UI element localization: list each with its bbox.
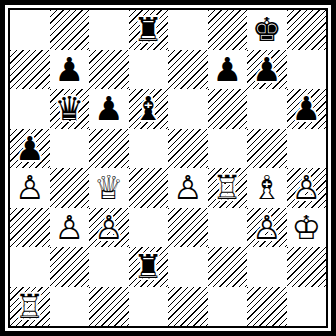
square-d7[interactable] xyxy=(129,50,169,90)
square-b1[interactable] xyxy=(50,287,90,327)
square-a4[interactable]: ♙ xyxy=(10,168,50,208)
square-b5[interactable] xyxy=(50,129,90,169)
square-h4[interactable]: ♙ xyxy=(287,168,327,208)
square-c7[interactable] xyxy=(89,50,129,90)
square-h8[interactable] xyxy=(287,10,327,50)
square-d5[interactable] xyxy=(129,129,169,169)
square-c2[interactable] xyxy=(89,247,129,287)
square-g4[interactable]: ♗ xyxy=(247,168,287,208)
piece-white-pawn: ♙ xyxy=(54,208,84,248)
square-h7[interactable] xyxy=(287,50,327,90)
piece-black-king: ♚ xyxy=(252,10,282,50)
chessboard: ♜♚♟♟♟♛♟♝♟♟♙♕♙♖♗♙♙♙♙♔♜♖ xyxy=(8,8,328,328)
square-c3[interactable]: ♙ xyxy=(89,208,129,248)
square-h3[interactable]: ♔ xyxy=(287,208,327,248)
piece-black-pawn: ♟ xyxy=(54,50,84,90)
piece-black-pawn: ♟ xyxy=(212,50,242,90)
piece-white-rook: ♖ xyxy=(212,168,242,208)
square-h2[interactable] xyxy=(287,247,327,287)
square-g1[interactable] xyxy=(247,287,287,327)
square-b4[interactable] xyxy=(50,168,90,208)
piece-white-bishop: ♗ xyxy=(252,168,282,208)
square-h6[interactable]: ♟ xyxy=(287,89,327,129)
square-e3[interactable] xyxy=(168,208,208,248)
piece-white-pawn: ♙ xyxy=(94,208,124,248)
piece-white-rook: ♖ xyxy=(15,287,45,327)
piece-black-pawn: ♟ xyxy=(291,89,321,129)
piece-white-pawn: ♙ xyxy=(252,208,282,248)
square-f7[interactable]: ♟ xyxy=(208,50,248,90)
square-c4[interactable]: ♕ xyxy=(89,168,129,208)
square-c8[interactable] xyxy=(89,10,129,50)
piece-black-rook: ♜ xyxy=(133,247,163,287)
piece-white-pawn: ♙ xyxy=(291,168,321,208)
square-a2[interactable] xyxy=(10,247,50,287)
square-e5[interactable] xyxy=(168,129,208,169)
square-f5[interactable] xyxy=(208,129,248,169)
square-d1[interactable] xyxy=(129,287,169,327)
square-g6[interactable] xyxy=(247,89,287,129)
square-b8[interactable] xyxy=(50,10,90,50)
square-e8[interactable] xyxy=(168,10,208,50)
square-e6[interactable] xyxy=(168,89,208,129)
square-h1[interactable] xyxy=(287,287,327,327)
square-g7[interactable]: ♟ xyxy=(247,50,287,90)
square-e2[interactable] xyxy=(168,247,208,287)
square-g5[interactable] xyxy=(247,129,287,169)
piece-white-pawn: ♙ xyxy=(173,168,203,208)
square-f2[interactable] xyxy=(208,247,248,287)
piece-black-pawn: ♟ xyxy=(15,129,45,169)
square-b2[interactable] xyxy=(50,247,90,287)
square-c5[interactable] xyxy=(89,129,129,169)
board-frame: ♜♚♟♟♟♛♟♝♟♟♙♕♙♖♗♙♙♙♙♔♜♖ xyxy=(0,0,336,336)
square-f3[interactable] xyxy=(208,208,248,248)
square-b3[interactable]: ♙ xyxy=(50,208,90,248)
piece-white-king: ♔ xyxy=(291,208,321,248)
square-b7[interactable]: ♟ xyxy=(50,50,90,90)
square-a6[interactable] xyxy=(10,89,50,129)
square-a8[interactable] xyxy=(10,10,50,50)
piece-white-queen: ♕ xyxy=(94,168,124,208)
square-g3[interactable]: ♙ xyxy=(247,208,287,248)
square-d2[interactable]: ♜ xyxy=(129,247,169,287)
square-d8[interactable]: ♜ xyxy=(129,10,169,50)
square-e7[interactable] xyxy=(168,50,208,90)
square-e4[interactable]: ♙ xyxy=(168,168,208,208)
square-f1[interactable] xyxy=(208,287,248,327)
square-h5[interactable] xyxy=(287,129,327,169)
square-a1[interactable]: ♖ xyxy=(10,287,50,327)
square-c1[interactable] xyxy=(89,287,129,327)
piece-black-bishop: ♝ xyxy=(133,89,163,129)
square-d3[interactable] xyxy=(129,208,169,248)
square-f4[interactable]: ♖ xyxy=(208,168,248,208)
square-g8[interactable]: ♚ xyxy=(247,10,287,50)
square-e1[interactable] xyxy=(168,287,208,327)
square-f8[interactable] xyxy=(208,10,248,50)
piece-black-queen: ♛ xyxy=(54,89,84,129)
square-d4[interactable] xyxy=(129,168,169,208)
square-g2[interactable] xyxy=(247,247,287,287)
square-a7[interactable] xyxy=(10,50,50,90)
square-a5[interactable]: ♟ xyxy=(10,129,50,169)
piece-black-pawn: ♟ xyxy=(94,89,124,129)
square-c6[interactable]: ♟ xyxy=(89,89,129,129)
piece-black-pawn: ♟ xyxy=(252,50,282,90)
piece-black-rook: ♜ xyxy=(133,10,163,50)
square-b6[interactable]: ♛ xyxy=(50,89,90,129)
square-a3[interactable] xyxy=(10,208,50,248)
square-d6[interactable]: ♝ xyxy=(129,89,169,129)
piece-white-pawn: ♙ xyxy=(15,168,45,208)
square-f6[interactable] xyxy=(208,89,248,129)
